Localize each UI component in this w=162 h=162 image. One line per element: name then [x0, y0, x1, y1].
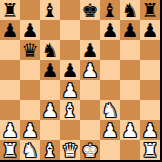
square-h6[interactable] — [140, 40, 160, 60]
piece-black-pawn[interactable]: ♟ — [101, 20, 118, 40]
square-g2[interactable]: ♟ — [120, 120, 140, 140]
square-a4[interactable] — [0, 80, 20, 100]
piece-white-knight[interactable]: ♞ — [21, 140, 38, 160]
piece-white-knight[interactable]: ♞ — [101, 100, 118, 120]
square-f5[interactable] — [100, 60, 120, 80]
square-f8[interactable]: ♝ — [100, 0, 120, 20]
square-h5[interactable] — [140, 60, 160, 80]
square-c7[interactable] — [40, 20, 60, 40]
piece-white-king[interactable]: ♚ — [81, 140, 98, 160]
square-d3[interactable]: ♝ — [60, 100, 80, 120]
piece-black-bishop[interactable]: ♝ — [41, 0, 58, 20]
square-c5[interactable]: ♟ — [40, 60, 60, 80]
piece-black-pawn[interactable]: ♟ — [21, 20, 38, 40]
piece-white-pawn[interactable]: ♟ — [101, 120, 118, 140]
piece-white-pawn[interactable]: ♟ — [141, 120, 158, 140]
piece-black-knight[interactable]: ♞ — [121, 0, 138, 20]
square-a6[interactable] — [0, 40, 20, 60]
square-f6[interactable] — [100, 40, 120, 60]
piece-black-pawn[interactable]: ♟ — [61, 60, 78, 80]
square-b3[interactable] — [20, 100, 40, 120]
square-g5[interactable] — [120, 60, 140, 80]
square-d1[interactable]: ♛ — [60, 140, 80, 160]
square-b4[interactable] — [20, 80, 40, 100]
square-f4[interactable] — [100, 80, 120, 100]
square-c8[interactable]: ♝ — [40, 0, 60, 20]
piece-black-rook[interactable]: ♜ — [141, 0, 158, 20]
square-e3[interactable] — [80, 100, 100, 120]
square-g4[interactable] — [120, 80, 140, 100]
square-d6[interactable] — [60, 40, 80, 60]
square-e1[interactable]: ♚ — [80, 140, 100, 160]
piece-white-rook[interactable]: ♜ — [141, 140, 158, 160]
square-c2[interactable] — [40, 120, 60, 140]
square-a5[interactable] — [0, 60, 20, 80]
chess-board: ♜♝♚♝♞♜♟♟♟♟♟♛♞♟♟♟♟♟♟♝♞♟♟♟♟♟♜♞♝♛♚♜ — [0, 0, 162, 162]
square-f2[interactable]: ♟ — [100, 120, 120, 140]
square-h2[interactable]: ♟ — [140, 120, 160, 140]
piece-white-pawn[interactable]: ♟ — [21, 120, 38, 140]
square-e6[interactable]: ♟ — [80, 40, 100, 60]
square-e4[interactable] — [80, 80, 100, 100]
square-b1[interactable]: ♞ — [20, 140, 40, 160]
piece-black-rook[interactable]: ♜ — [1, 0, 18, 20]
piece-white-pawn[interactable]: ♟ — [61, 80, 78, 100]
square-h4[interactable] — [140, 80, 160, 100]
square-g6[interactable] — [120, 40, 140, 60]
piece-white-pawn[interactable]: ♟ — [121, 120, 138, 140]
square-f3[interactable]: ♞ — [100, 100, 120, 120]
square-b5[interactable] — [20, 60, 40, 80]
square-d4[interactable]: ♟ — [60, 80, 80, 100]
square-d8[interactable] — [60, 0, 80, 20]
square-e5[interactable]: ♟ — [80, 60, 100, 80]
piece-white-pawn[interactable]: ♟ — [1, 120, 18, 140]
square-g8[interactable]: ♞ — [120, 0, 140, 20]
square-h3[interactable] — [140, 100, 160, 120]
piece-white-pawn[interactable]: ♟ — [81, 60, 98, 80]
square-d5[interactable]: ♟ — [60, 60, 80, 80]
piece-black-knight[interactable]: ♞ — [41, 40, 58, 60]
piece-white-queen[interactable]: ♛ — [61, 140, 78, 160]
piece-white-pawn[interactable]: ♟ — [41, 100, 58, 120]
square-b8[interactable] — [20, 0, 40, 20]
square-a1[interactable]: ♜ — [0, 140, 20, 160]
square-h1[interactable]: ♜ — [140, 140, 160, 160]
square-g3[interactable] — [120, 100, 140, 120]
square-d7[interactable] — [60, 20, 80, 40]
piece-black-pawn[interactable]: ♟ — [1, 20, 18, 40]
piece-white-bishop[interactable]: ♝ — [61, 100, 78, 120]
square-e8[interactable]: ♚ — [80, 0, 100, 20]
square-h7[interactable]: ♟ — [140, 20, 160, 40]
square-b7[interactable]: ♟ — [20, 20, 40, 40]
square-a2[interactable]: ♟ — [0, 120, 20, 140]
piece-black-pawn[interactable]: ♟ — [141, 20, 158, 40]
piece-black-pawn[interactable]: ♟ — [121, 20, 138, 40]
square-c4[interactable] — [40, 80, 60, 100]
square-c6[interactable]: ♞ — [40, 40, 60, 60]
piece-black-king[interactable]: ♚ — [81, 0, 98, 20]
square-g7[interactable]: ♟ — [120, 20, 140, 40]
square-f1[interactable] — [100, 140, 120, 160]
piece-black-pawn[interactable]: ♟ — [41, 60, 58, 80]
square-a3[interactable] — [0, 100, 20, 120]
piece-white-rook[interactable]: ♜ — [1, 140, 18, 160]
square-c3[interactable]: ♟ — [40, 100, 60, 120]
square-a7[interactable]: ♟ — [0, 20, 20, 40]
square-f7[interactable]: ♟ — [100, 20, 120, 40]
square-a8[interactable]: ♜ — [0, 0, 20, 20]
piece-black-pawn[interactable]: ♟ — [81, 40, 98, 60]
piece-black-queen[interactable]: ♛ — [21, 40, 38, 60]
square-h8[interactable]: ♜ — [140, 0, 160, 20]
piece-black-bishop[interactable]: ♝ — [101, 0, 118, 20]
square-b2[interactable]: ♟ — [20, 120, 40, 140]
square-e7[interactable] — [80, 20, 100, 40]
square-g1[interactable] — [120, 140, 140, 160]
square-d2[interactable] — [60, 120, 80, 140]
piece-white-bishop[interactable]: ♝ — [41, 140, 58, 160]
square-e2[interactable] — [80, 120, 100, 140]
square-b6[interactable]: ♛ — [20, 40, 40, 60]
square-c1[interactable]: ♝ — [40, 140, 60, 160]
